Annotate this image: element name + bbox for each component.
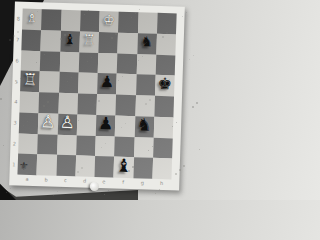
- square-a4[interactable]: [19, 92, 39, 113]
- speckle-dot: [186, 12, 187, 13]
- square-a3[interactable]: [19, 112, 39, 133]
- speckle-dot: [189, 59, 190, 60]
- square-e6[interactable]: [98, 53, 118, 74]
- square-e5[interactable]: ♟: [97, 73, 117, 94]
- square-a8[interactable]: ♗: [22, 9, 42, 30]
- board-corner-emblem-icon: ⚜: [19, 160, 29, 173]
- white-pawn[interactable]: ♙: [40, 113, 56, 130]
- stray-white-pawn[interactable]: [90, 182, 99, 191]
- black-knight[interactable]: ♞: [140, 34, 153, 48]
- square-c1[interactable]: [56, 155, 76, 176]
- square-d3[interactable]: [77, 114, 97, 135]
- square-f4[interactable]: [116, 95, 136, 116]
- square-c3[interactable]: ♙: [57, 114, 77, 135]
- speckle-dot: [193, 55, 194, 56]
- speckle-dot: [196, 102, 198, 104]
- square-g3[interactable]: ♞: [134, 116, 154, 137]
- square-f3[interactable]: [115, 115, 135, 136]
- square-h8[interactable]: [157, 13, 177, 34]
- square-e8[interactable]: ♔: [99, 11, 119, 32]
- square-b7[interactable]: [41, 30, 61, 51]
- square-a5[interactable]: ♖: [20, 71, 40, 92]
- square-g5[interactable]: [136, 74, 156, 95]
- square-a7[interactable]: [21, 29, 41, 50]
- square-h2[interactable]: [153, 137, 173, 158]
- square-d7[interactable]: ♖: [79, 31, 99, 52]
- square-c7[interactable]: ♝: [60, 31, 80, 52]
- black-bishop[interactable]: ♝: [115, 156, 132, 174]
- speckle-dot: [183, 165, 185, 167]
- square-f6[interactable]: [117, 53, 137, 74]
- square-h7[interactable]: [156, 34, 176, 55]
- square-g6[interactable]: [136, 54, 156, 75]
- square-d8[interactable]: [80, 10, 100, 31]
- white-rook[interactable]: ♖: [83, 33, 96, 47]
- square-d2[interactable]: [76, 135, 96, 156]
- square-f8[interactable]: [118, 12, 138, 33]
- speckle-dot: [155, 193, 156, 194]
- square-c8[interactable]: [61, 10, 81, 31]
- square-a6[interactable]: [21, 50, 41, 71]
- black-knight[interactable]: ♞: [136, 116, 152, 133]
- file-label-g: g: [133, 179, 153, 189]
- square-a2[interactable]: [18, 133, 38, 154]
- square-e2[interactable]: [95, 135, 115, 156]
- square-h6[interactable]: [155, 54, 175, 75]
- speckle-dot: [57, 191, 58, 192]
- square-f1[interactable]: ♝: [114, 157, 134, 178]
- file-label-c: c: [56, 177, 76, 187]
- square-d6[interactable]: [78, 52, 98, 73]
- black-bishop[interactable]: ♝: [63, 32, 76, 46]
- square-c2[interactable]: [57, 134, 77, 155]
- white-rook[interactable]: ♖: [23, 71, 38, 87]
- speckle-dot: [199, 149, 200, 150]
- speckle-dot: [3, 145, 4, 146]
- square-h4[interactable]: [154, 96, 174, 117]
- black-pawn[interactable]: ♟: [98, 115, 114, 132]
- speckle-dot: [61, 187, 62, 188]
- chess-board: 87654321 abcdefgh ♗♔♝♖♞♖♟♚♙♙♟♞♝ ⚜: [9, 1, 185, 190]
- file-label-h: h: [152, 180, 172, 190]
- black-pawn[interactable]: ♟: [100, 74, 115, 90]
- square-c5[interactable]: [59, 72, 79, 93]
- square-b2[interactable]: [37, 134, 57, 155]
- board-grid: ♗♔♝♖♞♖♟♚♙♙♟♞♝: [17, 9, 176, 180]
- square-b6[interactable]: [40, 51, 60, 72]
- square-h1[interactable]: [152, 158, 172, 179]
- file-label-b: b: [36, 176, 56, 186]
- square-e7[interactable]: [98, 32, 118, 53]
- square-b3[interactable]: ♙: [38, 113, 58, 134]
- square-h3[interactable]: [153, 117, 173, 138]
- speckle-dot: [108, 190, 109, 191]
- speckle-dot: [192, 106, 194, 108]
- white-pawn[interactable]: ♙: [59, 113, 75, 130]
- white-bishop[interactable]: ♗: [26, 11, 38, 24]
- square-e3[interactable]: ♟: [96, 115, 116, 136]
- file-label-a: a: [17, 176, 37, 186]
- square-b8[interactable]: [41, 9, 61, 30]
- speckle-dot: [10, 188, 11, 189]
- square-f5[interactable]: [116, 74, 136, 95]
- square-h5[interactable]: ♚: [155, 75, 175, 96]
- square-b5[interactable]: [39, 71, 59, 92]
- square-d1[interactable]: [75, 156, 95, 177]
- square-g8[interactable]: [137, 12, 157, 33]
- square-g1[interactable]: [133, 157, 153, 178]
- square-g7[interactable]: ♞: [137, 33, 157, 54]
- file-label-f: f: [113, 179, 133, 189]
- white-king[interactable]: ♔: [103, 13, 115, 26]
- square-g2[interactable]: [134, 137, 154, 158]
- square-d5[interactable]: [78, 73, 98, 94]
- square-f7[interactable]: [118, 32, 138, 53]
- speckle-dot: [0, 98, 2, 100]
- square-b1[interactable]: [37, 154, 57, 175]
- square-d4[interactable]: [77, 93, 97, 114]
- square-c6[interactable]: [59, 51, 79, 72]
- square-e1[interactable]: [94, 156, 114, 177]
- black-king[interactable]: ♚: [157, 76, 172, 92]
